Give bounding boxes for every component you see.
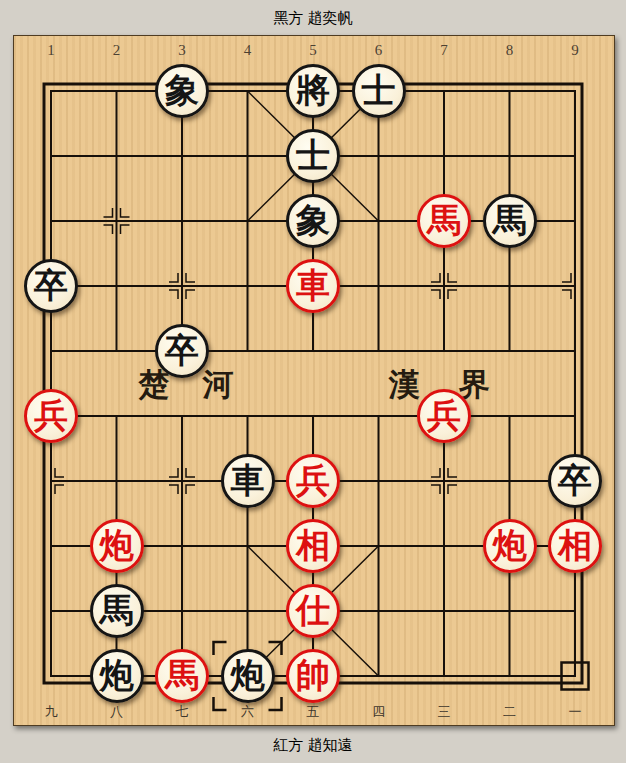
piece-black-chariot[interactable]: 車 [221,454,275,508]
xiangqi-app: 黑方 趙奕帆 123456789 九八七六五四三二一 楚河漢界 象將士士象馬馬卒… [0,0,626,763]
piece-glyph: 相 [558,529,592,563]
piece-glyph: 卒 [165,334,199,368]
piece-red-general[interactable]: 帥 [286,649,340,703]
piece-glyph: 馬 [100,594,134,628]
file-label: 4 [244,43,252,58]
river-char: 界 [459,369,490,400]
piece-glyph: 馬 [493,204,527,238]
file-label: 9 [571,43,579,58]
piece-glyph: 炮 [100,659,134,693]
file-label: 1 [47,43,55,58]
file-label: 2 [113,43,121,58]
black-player-label: 黑方 趙奕帆 [0,9,626,28]
piece-glyph: 炮 [100,529,134,563]
piece-glyph: 兵 [427,399,461,433]
piece-glyph: 兵 [34,399,68,433]
piece-black-cannon[interactable]: 炮 [90,649,144,703]
piece-black-pawn[interactable]: 卒 [548,454,602,508]
piece-red-elephant[interactable]: 相 [286,519,340,573]
last-move-to-marker [214,697,227,710]
piece-glyph: 馬 [427,204,461,238]
piece-glyph: 車 [231,464,265,498]
piece-red-elephant[interactable]: 相 [548,519,602,573]
file-label: 3 [178,43,186,58]
piece-glyph: 帥 [296,659,330,693]
piece-red-advisor[interactable]: 仕 [286,584,340,638]
piece-red-pawn[interactable]: 兵 [286,454,340,508]
piece-glyph: 士 [362,74,396,108]
file-label: 8 [506,43,514,58]
piece-black-horse[interactable]: 馬 [90,584,144,638]
rank-label: 四 [372,705,385,718]
piece-black-elephant[interactable]: 象 [155,64,209,118]
piece-red-cannon[interactable]: 炮 [90,519,144,573]
piece-glyph: 象 [165,74,199,108]
piece-black-pawn[interactable]: 卒 [155,324,209,378]
piece-glyph: 相 [296,529,330,563]
last-move-to-marker [269,697,282,710]
piece-red-horse[interactable]: 馬 [417,194,471,248]
rank-label: 三 [438,705,451,718]
piece-red-horse[interactable]: 馬 [155,649,209,703]
piece-black-cannon[interactable]: 炮 [221,649,275,703]
piece-glyph: 象 [296,204,330,238]
rank-label: 八 [110,705,123,718]
red-player-label: 紅方 趙知遠 [0,736,626,755]
piece-glyph: 兵 [296,464,330,498]
piece-black-elephant[interactable]: 象 [286,194,340,248]
rank-label: 九 [45,705,58,718]
piece-glyph: 馬 [165,659,199,693]
river-char: 漢 [389,369,420,400]
piece-glyph: 炮 [231,659,265,693]
piece-glyph: 卒 [558,464,592,498]
piece-black-advisor[interactable]: 士 [352,64,406,118]
piece-black-horse[interactable]: 馬 [483,194,537,248]
piece-glyph: 車 [296,269,330,303]
piece-glyph: 炮 [493,529,527,563]
river-char: 楚 [139,369,170,400]
piece-red-pawn[interactable]: 兵 [24,389,78,443]
piece-glyph: 將 [296,74,330,108]
piece-red-pawn[interactable]: 兵 [417,389,471,443]
file-label: 6 [375,43,383,58]
rank-label: 一 [569,705,582,718]
rank-label: 七 [176,705,189,718]
rank-label: 六 [241,705,254,718]
piece-glyph: 卒 [34,269,68,303]
rank-label: 五 [307,705,320,718]
board-panel: 123456789 九八七六五四三二一 楚河漢界 象將士士象馬馬卒車卒兵兵車兵卒… [13,35,615,726]
piece-black-general[interactable]: 將 [286,64,340,118]
piece-black-advisor[interactable]: 士 [286,129,340,183]
piece-glyph: 士 [296,139,330,173]
file-label: 5 [309,43,317,58]
piece-glyph: 仕 [296,594,330,628]
river-char: 河 [203,369,234,400]
piece-red-chariot[interactable]: 車 [286,259,340,313]
piece-black-pawn[interactable]: 卒 [24,259,78,313]
last-move-to-marker [214,642,227,655]
piece-red-cannon[interactable]: 炮 [483,519,537,573]
rank-label: 二 [503,705,516,718]
file-label: 7 [440,43,448,58]
